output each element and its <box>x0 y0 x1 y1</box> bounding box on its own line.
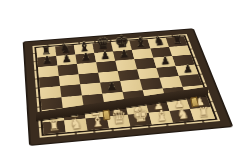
square-h1: ♜ <box>190 107 215 121</box>
square-g5 <box>156 66 179 78</box>
square-a1: ♜ <box>43 120 66 134</box>
black-rook: ♜ <box>172 34 183 46</box>
product-photo: ♜♞♝♛♚♝♞♜♟♟♟♟♟♟♟♟♟♟♟♟♟♟♟♟♜♞♝♛♚♝♞♜ <box>0 0 240 150</box>
black-pawn: ♟ <box>183 63 193 75</box>
white-king: ♚ <box>131 106 149 126</box>
square-a5 <box>39 76 60 88</box>
black-knight: ♞ <box>153 34 165 47</box>
black-rook: ♜ <box>41 44 52 56</box>
chess-board: ♜♞♝♛♚♝♞♜♟♟♟♟♟♟♟♟♟♟♟♟♟♟♟♟♜♞♝♛♚♝♞♜ <box>36 36 215 134</box>
square-g1: ♞ <box>169 109 194 123</box>
square-e6 <box>115 59 137 70</box>
black-pawn: ♟ <box>160 55 170 66</box>
carved-border-strip: ♜♞♝♛♚♝♞♜♟♟♟♟♟♟♟♟♟♟♟♟♟♟♟♟♜♞♝♛♚♝♞♜ <box>32 34 220 138</box>
square-e5 <box>118 69 140 81</box>
square-f4 <box>140 78 163 90</box>
square-b1: ♞ <box>64 118 87 132</box>
white-rook: ♜ <box>198 106 210 120</box>
brass-clasp-right <box>190 96 199 107</box>
square-c6 <box>77 62 98 74</box>
white-knight: ♞ <box>176 106 189 121</box>
brass-clasp-center <box>102 110 110 121</box>
black-pawn: ♟ <box>42 55 52 66</box>
black-pawn: ♟ <box>81 52 91 63</box>
square-h6 <box>172 55 194 66</box>
square-d4: ♟ <box>100 81 122 93</box>
square-h5: ♟ <box>175 64 198 76</box>
square-d5 <box>98 71 120 83</box>
square-d7: ♟ <box>94 51 115 62</box>
black-knight: ♞ <box>59 42 71 55</box>
black-bishop: ♝ <box>78 39 91 53</box>
black-king: ♚ <box>114 33 130 50</box>
square-h4 <box>179 74 202 86</box>
black-pawn: ♟ <box>61 53 71 64</box>
black-pawn: ♟ <box>100 50 110 61</box>
black-pawn: ♟ <box>106 80 117 92</box>
black-bishop: ♝ <box>134 35 147 49</box>
square-f1: ♝ <box>149 111 173 125</box>
white-rook: ♜ <box>48 119 61 133</box>
black-queen: ♛ <box>96 36 111 52</box>
square-g4 <box>159 76 182 88</box>
